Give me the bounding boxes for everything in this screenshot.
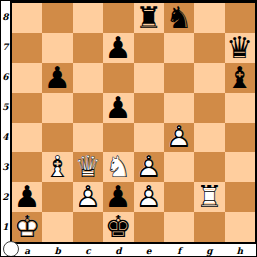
square-d2[interactable]: ♟: [103, 182, 133, 212]
square-g2[interactable]: ♜♖: [194, 182, 224, 212]
square-e8[interactable]: ♜: [134, 3, 164, 33]
piece-outline-layer: ♙: [73, 182, 103, 212]
white-bishop-icon[interactable]: ♝♗: [42, 152, 72, 182]
square-f8[interactable]: ♞: [164, 3, 194, 33]
square-e3[interactable]: ♟♙: [134, 152, 164, 182]
square-f3[interactable]: [164, 152, 194, 182]
black-pawn-icon[interactable]: ♟: [103, 182, 133, 212]
white-king-icon[interactable]: ♚♔: [12, 212, 42, 242]
piece-solid-layer: ♚: [103, 212, 133, 242]
piece-solid-layer: ♟: [103, 182, 133, 212]
file-label-c: c: [82, 246, 94, 257]
square-e7[interactable]: [134, 33, 164, 63]
white-pawn-icon[interactable]: ♟♙: [134, 152, 164, 182]
square-a1[interactable]: ♚♔: [12, 212, 42, 242]
square-e6[interactable]: [134, 63, 164, 93]
rank-label-1: 1: [1, 222, 10, 233]
piece-outline-layer: ♕: [73, 152, 103, 182]
square-a6[interactable]: [12, 63, 42, 93]
square-e1[interactable]: [134, 212, 164, 242]
piece-outline-layer: ♘: [103, 152, 133, 182]
square-b3[interactable]: ♝♗: [42, 152, 72, 182]
file-label-h: h: [234, 246, 246, 257]
piece-solid-layer: ♟: [12, 182, 42, 212]
square-a3[interactable]: [12, 152, 42, 182]
black-knight-icon[interactable]: ♞: [164, 3, 194, 33]
square-d4[interactable]: [103, 123, 133, 153]
file-label-f: f: [173, 246, 185, 257]
file-label-b: b: [52, 246, 64, 257]
white-rook-icon[interactable]: ♜♖: [194, 182, 224, 212]
piece-solid-layer: ♞: [164, 3, 194, 33]
piece-solid-layer: ♟: [42, 63, 72, 93]
square-c4[interactable]: [73, 123, 103, 153]
square-e4[interactable]: [134, 123, 164, 153]
piece-solid-layer: ♟: [103, 33, 133, 63]
square-a2[interactable]: ♟: [12, 182, 42, 212]
square-f7[interactable]: [164, 33, 194, 63]
square-c8[interactable]: [73, 3, 103, 33]
square-g6[interactable]: [194, 63, 224, 93]
square-d8[interactable]: [103, 3, 133, 33]
piece-solid-layer: ♝: [225, 63, 255, 93]
file-label-d: d: [112, 246, 124, 257]
black-queen-icon[interactable]: ♛: [225, 33, 255, 63]
square-g7[interactable]: [194, 33, 224, 63]
white-pawn-icon[interactable]: ♟♙: [164, 123, 194, 153]
rank-label-2: 2: [1, 192, 10, 203]
square-c3[interactable]: ♛♕: [73, 152, 103, 182]
square-b7[interactable]: [42, 33, 72, 63]
square-f4[interactable]: ♟♙: [164, 123, 194, 153]
white-pawn-icon[interactable]: ♟♙: [134, 182, 164, 212]
square-e5[interactable]: [134, 93, 164, 123]
square-h6[interactable]: ♝: [225, 63, 255, 93]
black-pawn-icon[interactable]: ♟: [12, 182, 42, 212]
square-d1[interactable]: ♚: [103, 212, 133, 242]
square-d3[interactable]: ♞♘: [103, 152, 133, 182]
square-b8[interactable]: [42, 3, 72, 33]
piece-outline-layer: ♖: [194, 182, 224, 212]
rank-label-5: 5: [1, 102, 10, 113]
square-h5[interactable]: [225, 93, 255, 123]
square-f6[interactable]: [164, 63, 194, 93]
square-f5[interactable]: [164, 93, 194, 123]
piece-outline-layer: ♔: [12, 212, 42, 242]
black-pawn-icon[interactable]: ♟: [103, 93, 133, 123]
square-c1[interactable]: [73, 212, 103, 242]
square-h3[interactable]: [225, 152, 255, 182]
piece-outline-layer: ♙: [164, 123, 194, 153]
black-pawn-icon[interactable]: ♟: [103, 33, 133, 63]
square-b6[interactable]: ♟: [42, 63, 72, 93]
square-g8[interactable]: [194, 3, 224, 33]
piece-solid-layer: ♜: [134, 3, 164, 33]
chess-board: ♜♞♟♛♟♝♟♟♙♝♗♛♕♞♘♟♙♟♟♙♟♟♙♜♖♚♔♚: [10, 1, 257, 244]
square-a5[interactable]: [12, 93, 42, 123]
chess-diagram: ♜♞♟♛♟♝♟♟♙♝♗♛♕♞♘♟♙♟♟♙♟♟♙♜♖♚♔♚ 87654321 ab…: [0, 0, 257, 257]
square-d5[interactable]: ♟: [103, 93, 133, 123]
square-h8[interactable]: [225, 3, 255, 33]
square-b4[interactable]: [42, 123, 72, 153]
piece-solid-layer: ♛: [225, 33, 255, 63]
square-f1[interactable]: [164, 212, 194, 242]
file-label-g: g: [203, 246, 215, 257]
piece-solid-layer: ♟: [103, 93, 133, 123]
file-label-e: e: [143, 246, 155, 257]
white-pawn-icon[interactable]: ♟♙: [73, 182, 103, 212]
square-g1[interactable]: [194, 212, 224, 242]
piece-outline-layer: ♙: [134, 182, 164, 212]
black-king-icon[interactable]: ♚: [103, 212, 133, 242]
square-b2[interactable]: [42, 182, 72, 212]
rank-label-7: 7: [1, 42, 10, 53]
rank-label-4: 4: [1, 132, 10, 143]
side-to-move-indicator: [3, 241, 19, 257]
square-e2[interactable]: ♟♙: [134, 182, 164, 212]
black-rook-icon[interactable]: ♜: [134, 3, 164, 33]
square-c5[interactable]: [73, 93, 103, 123]
square-h2[interactable]: [225, 182, 255, 212]
rank-label-8: 8: [1, 12, 10, 23]
square-f2[interactable]: [164, 182, 194, 212]
square-h7[interactable]: ♛: [225, 33, 255, 63]
square-c7[interactable]: [73, 33, 103, 63]
piece-outline-layer: ♗: [42, 152, 72, 182]
square-h4[interactable]: [225, 123, 255, 153]
square-c6[interactable]: [73, 63, 103, 93]
white-knight-icon[interactable]: ♞♘: [103, 152, 133, 182]
rank-label-3: 3: [1, 162, 10, 173]
square-b5[interactable]: [42, 93, 72, 123]
black-bishop-icon[interactable]: ♝: [225, 63, 255, 93]
file-label-a: a: [21, 246, 33, 257]
rank-label-6: 6: [1, 72, 10, 83]
square-d7[interactable]: ♟: [103, 33, 133, 63]
square-g5[interactable]: [194, 93, 224, 123]
square-d6[interactable]: [103, 63, 133, 93]
black-pawn-icon[interactable]: ♟: [42, 63, 72, 93]
square-h1[interactable]: [225, 212, 255, 242]
piece-outline-layer: ♙: [134, 152, 164, 182]
square-a8[interactable]: [12, 3, 42, 33]
square-a7[interactable]: [12, 33, 42, 63]
square-a4[interactable]: [12, 123, 42, 153]
square-g4[interactable]: [194, 123, 224, 153]
square-b1[interactable]: [42, 212, 72, 242]
white-queen-icon[interactable]: ♛♕: [73, 152, 103, 182]
square-c2[interactable]: ♟♙: [73, 182, 103, 212]
square-g3[interactable]: [194, 152, 224, 182]
